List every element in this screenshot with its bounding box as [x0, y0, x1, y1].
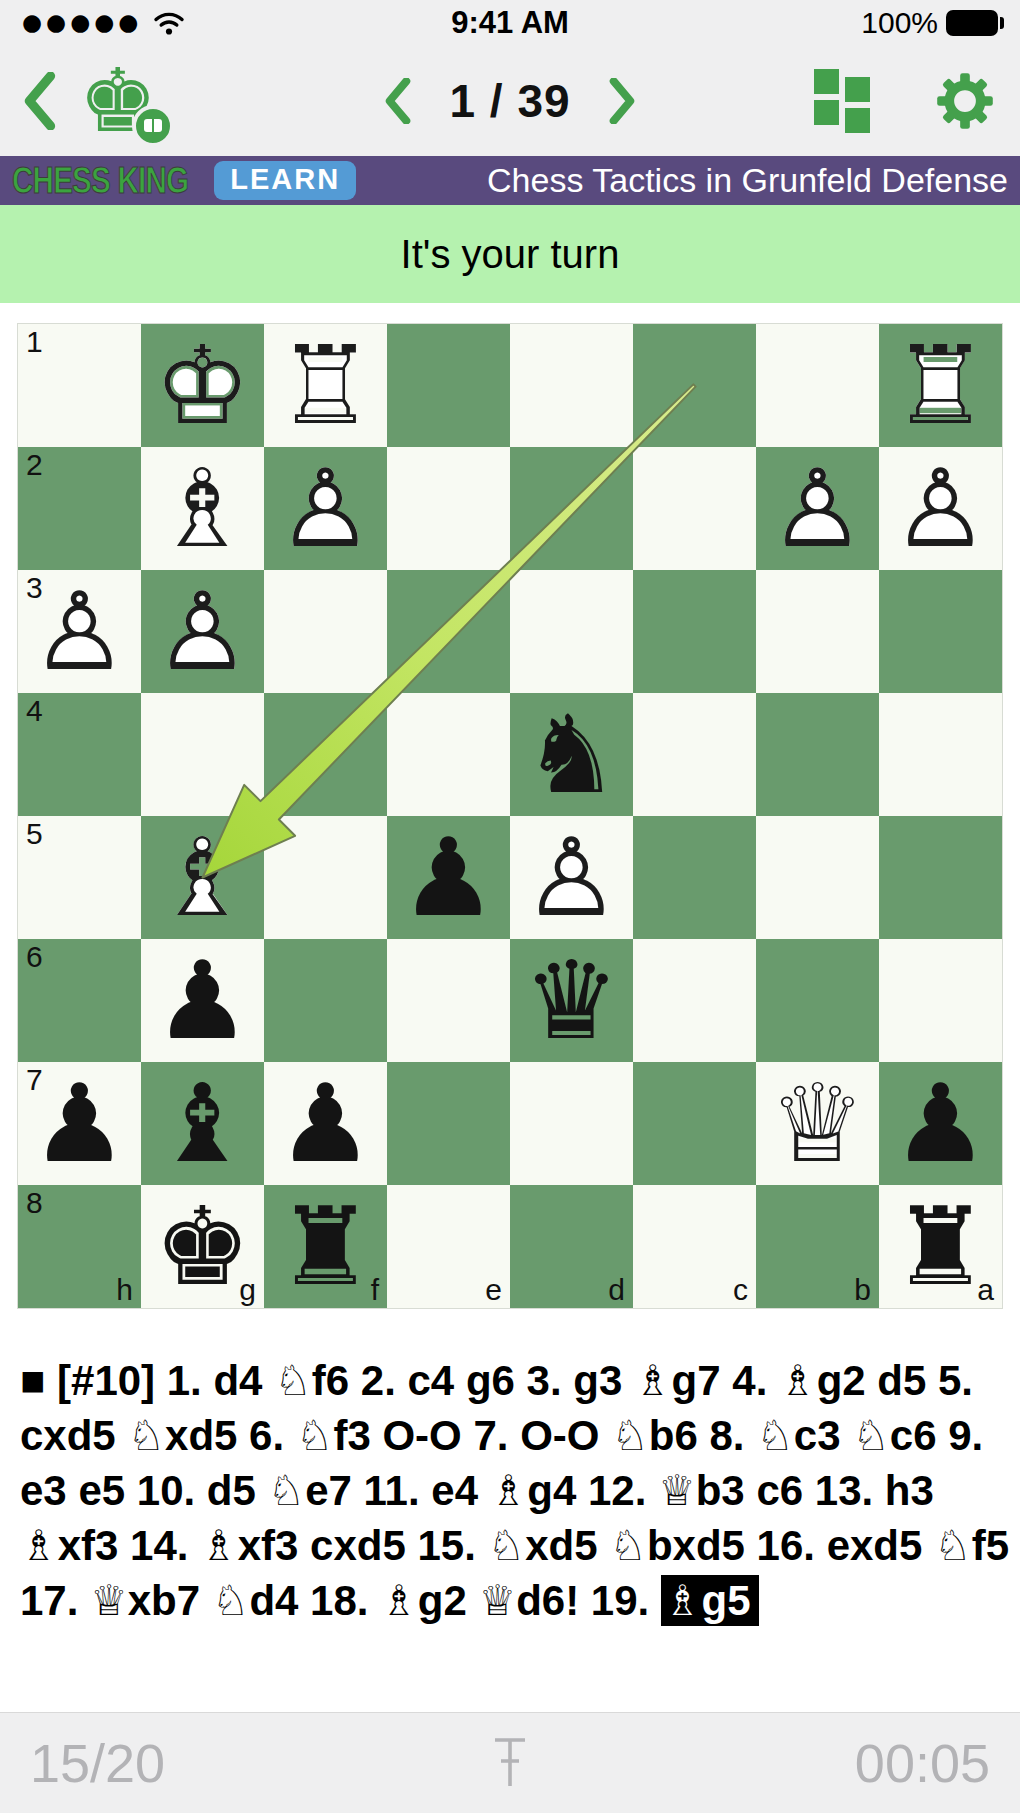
square-h4[interactable]: 4	[18, 693, 141, 816]
square-g1[interactable]: ♚♔	[141, 324, 264, 447]
board-grid: 1♚♔♜♖♜♖2♝♗♟♙♟♙♟♙♟♙3♟♙4♞5♝♗♟♟♙6♟♛♟7♝♟♛♕♟8…	[18, 324, 1002, 1308]
white-pawn[interactable]: ♟♙	[264, 447, 387, 570]
square-f5[interactable]	[264, 816, 387, 939]
square-g4[interactable]	[141, 693, 264, 816]
square-c1[interactable]	[633, 324, 756, 447]
move-line[interactable]: cxd5 ♘xd5 6. ♘f3 O-O 7. O-O ♘b6 8. ♘c3 ♘…	[20, 1408, 1000, 1463]
puzzle-progress: 15/20	[30, 1732, 165, 1794]
rank-label-1: 1	[26, 327, 43, 357]
square-e4[interactable]	[387, 693, 510, 816]
file-label-b: b	[854, 1275, 871, 1305]
square-e7[interactable]	[387, 1062, 510, 1185]
square-b7[interactable]: ♛♕	[756, 1062, 879, 1185]
file-label-c: c	[733, 1275, 748, 1305]
battery-icon	[946, 10, 998, 36]
square-b5[interactable]	[756, 816, 879, 939]
file-label-a: a	[977, 1275, 994, 1305]
square-d8[interactable]: d	[510, 1185, 633, 1308]
square-a8[interactable]: ♜a	[879, 1185, 1002, 1308]
white-bishop[interactable]: ♝♗	[141, 816, 264, 939]
square-c7[interactable]	[633, 1062, 756, 1185]
white-pawn[interactable]: ♟♙	[510, 816, 633, 939]
square-e8[interactable]: e	[387, 1185, 510, 1308]
white-pawn[interactable]: ♟♙	[756, 447, 879, 570]
turn-banner-text: It's your turn	[401, 232, 620, 277]
page-indicator: 1 / 39	[449, 74, 570, 128]
prev-puzzle-button[interactable]	[385, 78, 411, 124]
square-c6[interactable]	[633, 939, 756, 1062]
square-f1[interactable]: ♜♖	[264, 324, 387, 447]
square-g5[interactable]: ♝♗	[141, 816, 264, 939]
square-b6[interactable]	[756, 939, 879, 1062]
white-pawn[interactable]: ♟♙	[879, 447, 1002, 570]
board-section: 1♚♔♜♖♜♖2♝♗♟♙♟♙♟♙♟♙3♟♙4♞5♝♗♟♟♙6♟♛♟7♝♟♛♕♟8…	[0, 303, 1020, 1309]
move-line[interactable]: 17. ♕xb7 ♘d4 18. ♗g2 ♕d6! 19. ♗g5	[20, 1573, 1000, 1628]
file-label-g: g	[239, 1275, 256, 1305]
current-move-highlight[interactable]: ♗g5	[661, 1575, 759, 1626]
square-h5[interactable]: 5	[18, 816, 141, 939]
puzzle-grid-button[interactable]	[814, 69, 870, 133]
square-h2[interactable]: 2	[18, 447, 141, 570]
square-g8[interactable]: ♚g	[141, 1185, 264, 1308]
settings-button[interactable]	[936, 72, 994, 130]
rank-label-3: 3	[26, 573, 43, 603]
white-rook[interactable]: ♜♖	[264, 324, 387, 447]
square-c8[interactable]: c	[633, 1185, 756, 1308]
square-a4[interactable]	[879, 693, 1002, 816]
square-c2[interactable]	[633, 447, 756, 570]
square-g7[interactable]: ♝	[141, 1062, 264, 1185]
turn-banner: It's your turn	[0, 205, 1020, 303]
square-b4[interactable]	[756, 693, 879, 816]
rank-label-5: 5	[26, 819, 43, 849]
square-b8[interactable]: b	[756, 1185, 879, 1308]
move-line[interactable]: ♗xf3 14. ♗xf3 cxd5 15. ♘xd5 ♘bxd5 16. ex…	[20, 1518, 1000, 1573]
square-g2[interactable]: ♝♗	[141, 447, 264, 570]
square-c4[interactable]	[633, 693, 756, 816]
move-line[interactable]: e3 e5 10. d5 ♘e7 11. e4 ♗g4 12. ♕b3 c6 1…	[20, 1463, 1000, 1518]
black-queen[interactable]: ♛	[510, 939, 633, 1062]
rank-label-4: 4	[26, 696, 43, 726]
square-h1[interactable]: 1	[18, 324, 141, 447]
square-f6[interactable]	[264, 939, 387, 1062]
course-title: Chess Tactics in Grunfeld Defense	[487, 161, 1008, 200]
square-d5[interactable]: ♟♙	[510, 816, 633, 939]
black-pawn[interactable]: ♟	[141, 939, 264, 1062]
square-f8[interactable]: ♜f	[264, 1185, 387, 1308]
black-bishop[interactable]: ♝	[141, 1062, 264, 1185]
learn-badge: LEARN	[214, 161, 356, 200]
square-f4[interactable]	[264, 693, 387, 816]
file-label-d: d	[608, 1275, 625, 1305]
rank-label-7: 7	[26, 1065, 43, 1095]
brand-bar: CHESS KING LEARN Chess Tactics in Grunfe…	[0, 156, 1020, 205]
white-bishop[interactable]: ♝♗	[141, 447, 264, 570]
square-e6[interactable]	[387, 939, 510, 1062]
square-e5[interactable]: ♟	[387, 816, 510, 939]
rank-label-8: 8	[26, 1188, 43, 1218]
square-d4[interactable]: ♞	[510, 693, 633, 816]
square-f3[interactable]	[264, 570, 387, 693]
rank-label-2: 2	[26, 450, 43, 480]
bottom-bar: 15/20 00:05	[0, 1712, 1020, 1813]
square-b3[interactable]	[756, 570, 879, 693]
status-bar: ●●●●● 9:41 AM 100%	[0, 0, 1020, 45]
move-line[interactable]: ■ [#10] 1. d4 ♘f6 2. c4 g6 3. g3 ♗g7 4. …	[20, 1353, 1000, 1408]
square-a6[interactable]	[879, 939, 1002, 1062]
black-knight[interactable]: ♞	[510, 693, 633, 816]
square-e1[interactable]	[387, 324, 510, 447]
square-h8[interactable]: 8h	[18, 1185, 141, 1308]
square-h7[interactable]: ♟7	[18, 1062, 141, 1185]
square-g6[interactable]: ♟	[141, 939, 264, 1062]
status-time: 9:41 AM	[0, 5, 1020, 41]
black-pawn[interactable]: ♟	[879, 1062, 1002, 1185]
square-a2[interactable]: ♟♙	[879, 447, 1002, 570]
square-d6[interactable]: ♛	[510, 939, 633, 1062]
square-h6[interactable]: 6	[18, 939, 141, 1062]
square-d2[interactable]	[510, 447, 633, 570]
square-d7[interactable]	[510, 1062, 633, 1185]
square-d3[interactable]	[510, 570, 633, 693]
square-b1[interactable]	[756, 324, 879, 447]
next-puzzle-button[interactable]	[609, 78, 635, 124]
file-label-h: h	[116, 1275, 133, 1305]
square-a5[interactable]	[879, 816, 1002, 939]
goal-flag-icon[interactable]	[488, 1736, 532, 1790]
square-g3[interactable]: ♟♙	[141, 570, 264, 693]
black-rook[interactable]: ♜	[264, 1185, 387, 1308]
move-list[interactable]: ■ [#10] 1. d4 ♘f6 2. c4 g6 3. g3 ♗g7 4. …	[20, 1353, 1000, 1628]
square-e3[interactable]	[387, 570, 510, 693]
black-pawn[interactable]: ♟	[264, 1062, 387, 1185]
white-queen[interactable]: ♛♕	[756, 1062, 879, 1185]
square-a1[interactable]: ♜♖	[879, 324, 1002, 447]
square-b2[interactable]: ♟♙	[756, 447, 879, 570]
square-c3[interactable]	[633, 570, 756, 693]
square-c5[interactable]	[633, 816, 756, 939]
timer: 00:05	[855, 1732, 990, 1794]
square-a7[interactable]: ♟	[879, 1062, 1002, 1185]
square-f7[interactable]: ♟	[264, 1062, 387, 1185]
white-rook[interactable]: ♜♖	[879, 324, 1002, 447]
square-h3[interactable]: ♟♙3	[18, 570, 141, 693]
square-f2[interactable]: ♟♙	[264, 447, 387, 570]
black-pawn[interactable]: ♟	[387, 816, 510, 939]
spacer	[0, 1628, 1020, 1712]
square-d1[interactable]	[510, 324, 633, 447]
white-pawn[interactable]: ♟♙	[141, 570, 264, 693]
square-a3[interactable]	[879, 570, 1002, 693]
chessking-wordmark: CHESS KING	[12, 160, 188, 202]
rank-label-6: 6	[26, 942, 43, 972]
nav-bar: ♚ 1 / 39	[0, 45, 1020, 156]
white-king[interactable]: ♚♔	[141, 324, 264, 447]
file-label-e: e	[485, 1275, 502, 1305]
file-label-f: f	[371, 1275, 379, 1305]
square-e2[interactable]	[387, 447, 510, 570]
